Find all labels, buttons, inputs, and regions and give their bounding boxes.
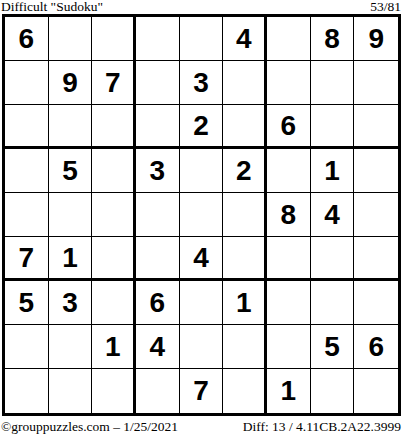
cell-r3c8 (311, 105, 355, 149)
header: Difficult "Sudoku" 53/81 (0, 0, 403, 14)
cell-r2c9 (354, 61, 398, 105)
cell-r9c1 (5, 369, 49, 413)
cell-r8c4: 4 (136, 325, 180, 369)
cell-r3c1 (5, 105, 49, 149)
cell-r9c2 (49, 369, 93, 413)
cell-r3c6 (223, 105, 267, 149)
cell-r7c8 (311, 281, 355, 325)
cell-r6c2: 1 (49, 237, 93, 281)
empty-cells-counter: 53/81 (370, 0, 401, 13)
cell-r4c8: 1 (311, 149, 355, 193)
cell-r3c7: 6 (267, 105, 311, 149)
cell-r1c4 (136, 17, 180, 61)
copyright-text: ©grouppuzzles.com – 1/25/2021 (1, 420, 178, 434)
cell-r7c5 (180, 281, 224, 325)
cell-r4c9 (354, 149, 398, 193)
cell-r4c6: 2 (223, 149, 267, 193)
cell-r2c7 (267, 61, 311, 105)
cell-r7c3 (92, 281, 136, 325)
cell-r5c8: 4 (311, 193, 355, 237)
cell-r1c3 (92, 17, 136, 61)
cell-r4c4: 3 (136, 149, 180, 193)
cell-r7c2: 3 (49, 281, 93, 325)
cell-r9c4 (136, 369, 180, 413)
cell-r5c7: 8 (267, 193, 311, 237)
cell-r2c4 (136, 61, 180, 105)
cell-r6c1: 7 (5, 237, 49, 281)
cell-r7c7 (267, 281, 311, 325)
cell-r4c1 (5, 149, 49, 193)
cell-r7c1: 5 (5, 281, 49, 325)
cell-r8c5 (180, 325, 224, 369)
puzzle-title: Difficult "Sudoku" (1, 0, 103, 13)
cell-r4c2: 5 (49, 149, 93, 193)
difficulty-code-text: Diff: 13 / 4.11CB.2A22.3999 (243, 420, 401, 434)
cell-r2c8 (311, 61, 355, 105)
cell-r8c9: 6 (354, 325, 398, 369)
cell-r5c2 (49, 193, 93, 237)
cell-r7c6: 1 (223, 281, 267, 325)
sudoku-board: 6489973265321847145361145671 (2, 14, 401, 416)
cell-r1c9: 9 (354, 17, 398, 61)
cell-r4c5 (180, 149, 224, 193)
cell-r9c7: 1 (267, 369, 311, 413)
cell-r1c7 (267, 17, 311, 61)
cell-r6c9 (354, 237, 398, 281)
cell-r3c3 (92, 105, 136, 149)
cell-r1c5 (180, 17, 224, 61)
cell-r7c4: 6 (136, 281, 180, 325)
cell-r5c5 (180, 193, 224, 237)
cell-r3c9 (354, 105, 398, 149)
cell-r1c6: 4 (223, 17, 267, 61)
cell-r3c5: 2 (180, 105, 224, 149)
cell-r3c4 (136, 105, 180, 149)
cell-r5c6 (223, 193, 267, 237)
cell-r9c8 (311, 369, 355, 413)
cell-r7c9 (354, 281, 398, 325)
cell-r6c7 (267, 237, 311, 281)
cell-r5c3 (92, 193, 136, 237)
cell-r5c4 (136, 193, 180, 237)
cell-r2c1 (5, 61, 49, 105)
cell-r1c8: 8 (311, 17, 355, 61)
cell-r2c5: 3 (180, 61, 224, 105)
cell-r6c8 (311, 237, 355, 281)
cell-r9c3 (92, 369, 136, 413)
cell-r1c2 (49, 17, 93, 61)
cell-r1c1: 6 (5, 17, 49, 61)
cell-r8c7 (267, 325, 311, 369)
cell-r8c6 (223, 325, 267, 369)
cell-r8c1 (5, 325, 49, 369)
cell-r3c2 (49, 105, 93, 149)
sudoku-page: Difficult "Sudoku" 53/81 648997326532184… (0, 0, 403, 437)
cell-r9c5: 7 (180, 369, 224, 413)
cell-r8c8: 5 (311, 325, 355, 369)
cell-r6c4 (136, 237, 180, 281)
footer: ©grouppuzzles.com – 1/25/2021 Diff: 13 /… (0, 416, 403, 434)
cell-r4c7 (267, 149, 311, 193)
cell-r4c3 (92, 149, 136, 193)
cell-r5c9 (354, 193, 398, 237)
cell-r6c3 (92, 237, 136, 281)
cell-r2c3: 7 (92, 61, 136, 105)
cell-r6c5: 4 (180, 237, 224, 281)
cell-r9c6 (223, 369, 267, 413)
cell-r5c1 (5, 193, 49, 237)
cell-r6c6 (223, 237, 267, 281)
cell-r2c6 (223, 61, 267, 105)
cell-r8c3: 1 (92, 325, 136, 369)
cell-r2c2: 9 (49, 61, 93, 105)
cell-r8c2 (49, 325, 93, 369)
cell-r9c9 (354, 369, 398, 413)
